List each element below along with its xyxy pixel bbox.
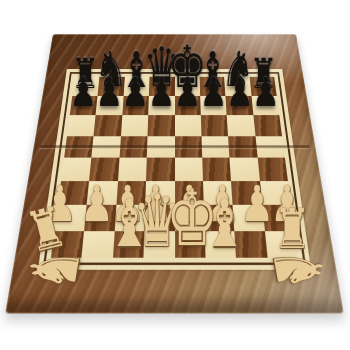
black-pawn-f7[interactable]: ♟	[200, 73, 228, 114]
black-pawn-g7[interactable]: ♟	[226, 73, 254, 114]
black-pawn-b7[interactable]: ♟	[96, 73, 124, 114]
black-pawn-a7[interactable]: ♟	[69, 73, 97, 114]
white-knight-b1-fallen[interactable]: ♞	[20, 241, 91, 295]
product-photo: ♜♞♝♛♚♝♞♜♟♟♟♟♟♟♟♟♟♟♟♟♟♟♟♟♜♞♝♛♚♝♞♜	[0, 0, 350, 350]
black-pawn-e7[interactable]: ♟	[174, 73, 202, 114]
black-pawn-c7[interactable]: ♟	[122, 73, 150, 114]
white-bishop-f1[interactable]: ♝	[202, 191, 247, 257]
black-pawn-d7[interactable]: ♟	[148, 73, 176, 114]
white-rook-h1[interactable]: ♜	[273, 201, 310, 256]
pieces-layer: ♜♞♝♛♚♝♞♜♟♟♟♟♟♟♟♟♟♟♟♟♟♟♟♟♜♞♝♛♚♝♞♜	[0, 0, 350, 350]
black-pawn-h7[interactable]: ♟	[252, 73, 280, 114]
